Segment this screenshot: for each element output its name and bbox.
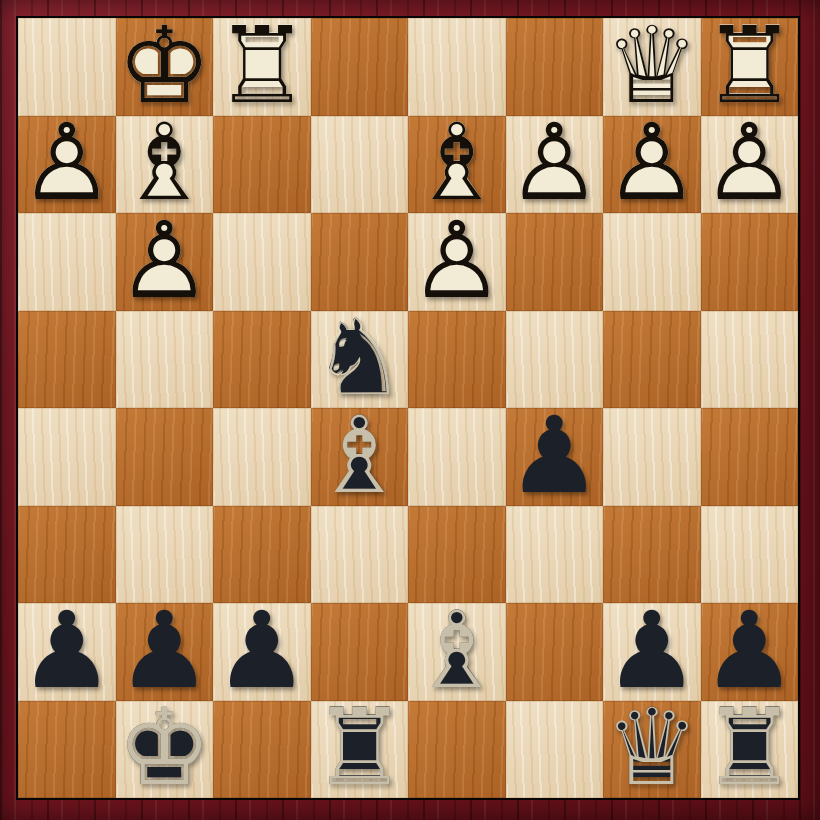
- square-f1[interactable]: ♜♖: [213, 18, 311, 116]
- piece-black-pawn[interactable]: ♟♙: [213, 603, 311, 701]
- black-queen-outline-icon: ♕: [603, 700, 701, 798]
- square-g5[interactable]: [116, 408, 214, 506]
- square-f7[interactable]: ♟♙: [213, 603, 311, 701]
- piece-black-bishop[interactable]: ♝♗: [408, 603, 506, 701]
- black-bishop-outline-icon: ♗: [408, 602, 506, 700]
- square-c6[interactable]: [506, 506, 604, 604]
- square-e1[interactable]: [311, 18, 409, 116]
- piece-black-queen[interactable]: ♛♕: [603, 701, 701, 799]
- piece-white-pawn[interactable]: ♟♙: [116, 213, 214, 311]
- board-frame: ♚♔♜♖♛♕♜♖♟♙♝♗♝♗♟♙♟♙♟♙♟♙♟♙♞♘♝♗♟♙♟♙♟♙♟♙♝♗♟♙…: [0, 0, 820, 820]
- square-b8[interactable]: ♛♕: [603, 701, 701, 799]
- square-d3[interactable]: ♟♙: [408, 213, 506, 311]
- piece-black-bishop[interactable]: ♝♗: [311, 408, 409, 506]
- square-a2[interactable]: ♟♙: [701, 116, 799, 214]
- black-king-outline-icon: ♔: [116, 700, 214, 798]
- white-rook-outline-icon: ♖: [701, 17, 799, 115]
- square-c5[interactable]: ♟♙: [506, 408, 604, 506]
- black-bishop-outline-icon: ♗: [311, 407, 409, 505]
- square-c7[interactable]: [506, 603, 604, 701]
- piece-white-rook[interactable]: ♜♖: [213, 18, 311, 116]
- piece-black-king[interactable]: ♚♔: [116, 701, 214, 799]
- piece-black-rook[interactable]: ♜♖: [701, 701, 799, 799]
- black-rook-outline-icon: ♖: [311, 700, 409, 798]
- white-pawn-outline-icon: ♙: [408, 212, 506, 310]
- white-pawn-outline-icon: ♙: [701, 115, 799, 213]
- square-c2[interactable]: ♟♙: [506, 116, 604, 214]
- square-e5[interactable]: ♝♗: [311, 408, 409, 506]
- square-e8[interactable]: ♜♖: [311, 701, 409, 799]
- black-pawn-icon: ♟: [506, 407, 604, 505]
- square-e2[interactable]: [311, 116, 409, 214]
- square-f3[interactable]: [213, 213, 311, 311]
- black-pawn-icon: ♟: [701, 602, 799, 700]
- black-pawn-icon: ♟: [213, 602, 311, 700]
- square-h7[interactable]: ♟♙: [18, 603, 116, 701]
- white-queen-outline-icon: ♕: [603, 17, 701, 115]
- piece-white-pawn[interactable]: ♟♙: [18, 116, 116, 214]
- square-d5[interactable]: [408, 408, 506, 506]
- white-pawn-outline-icon: ♙: [116, 212, 214, 310]
- square-b5[interactable]: [603, 408, 701, 506]
- piece-black-pawn[interactable]: ♟♙: [506, 408, 604, 506]
- square-h8[interactable]: [18, 701, 116, 799]
- square-c8[interactable]: [506, 701, 604, 799]
- square-g8[interactable]: ♚♔: [116, 701, 214, 799]
- square-d8[interactable]: [408, 701, 506, 799]
- square-b4[interactable]: [603, 311, 701, 409]
- square-g4[interactable]: [116, 311, 214, 409]
- square-f4[interactable]: [213, 311, 311, 409]
- square-d7[interactable]: ♝♗: [408, 603, 506, 701]
- square-h5[interactable]: [18, 408, 116, 506]
- white-pawn-outline-icon: ♙: [506, 115, 604, 213]
- square-a8[interactable]: ♜♖: [701, 701, 799, 799]
- piece-white-pawn[interactable]: ♟♙: [408, 213, 506, 311]
- square-h2[interactable]: ♟♙: [18, 116, 116, 214]
- black-pawn-icon: ♟: [116, 602, 214, 700]
- square-a4[interactable]: [701, 311, 799, 409]
- square-d4[interactable]: [408, 311, 506, 409]
- piece-white-pawn[interactable]: ♟♙: [506, 116, 604, 214]
- square-a3[interactable]: [701, 213, 799, 311]
- piece-white-pawn[interactable]: ♟♙: [603, 116, 701, 214]
- square-h4[interactable]: [18, 311, 116, 409]
- black-rook-outline-icon: ♖: [701, 700, 799, 798]
- piece-black-rook[interactable]: ♜♖: [311, 701, 409, 799]
- white-king-outline-icon: ♔: [116, 17, 214, 115]
- white-bishop-outline-icon: ♗: [116, 115, 214, 213]
- white-pawn-outline-icon: ♙: [603, 115, 701, 213]
- piece-white-pawn[interactable]: ♟♙: [701, 116, 799, 214]
- square-h3[interactable]: [18, 213, 116, 311]
- square-g3[interactable]: ♟♙: [116, 213, 214, 311]
- chess-board: ♚♔♜♖♛♕♜♖♟♙♝♗♝♗♟♙♟♙♟♙♟♙♟♙♞♘♝♗♟♙♟♙♟♙♟♙♝♗♟♙…: [16, 16, 800, 800]
- piece-black-pawn[interactable]: ♟♙: [18, 603, 116, 701]
- square-b3[interactable]: [603, 213, 701, 311]
- black-pawn-icon: ♟: [18, 602, 116, 700]
- square-f8[interactable]: [213, 701, 311, 799]
- square-b2[interactable]: ♟♙: [603, 116, 701, 214]
- black-pawn-icon: ♟: [603, 602, 701, 700]
- black-knight-outline-icon: ♘: [311, 310, 409, 408]
- square-c3[interactable]: [506, 213, 604, 311]
- white-bishop-outline-icon: ♗: [408, 115, 506, 213]
- square-a5[interactable]: [701, 408, 799, 506]
- white-rook-outline-icon: ♖: [213, 17, 311, 115]
- square-f2[interactable]: [213, 116, 311, 214]
- white-pawn-outline-icon: ♙: [18, 115, 116, 213]
- square-e6[interactable]: [311, 506, 409, 604]
- square-f5[interactable]: [213, 408, 311, 506]
